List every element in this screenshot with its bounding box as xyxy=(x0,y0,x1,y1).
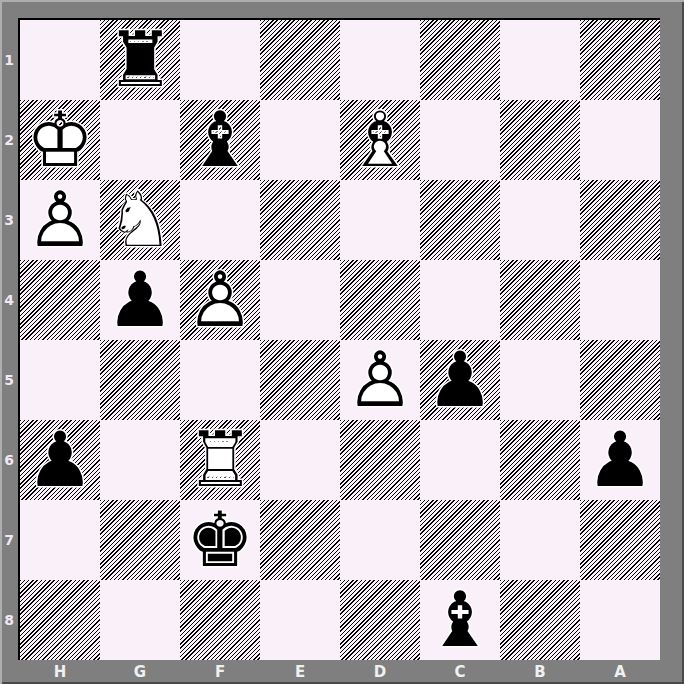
piece-glyph-backing: ♟ xyxy=(580,420,660,500)
piece-white-king[interactable]: ♔ xyxy=(20,100,100,180)
square-f7[interactable]: ♚♚ xyxy=(180,500,260,580)
file-label-g: G xyxy=(100,661,180,683)
square-b8[interactable] xyxy=(500,580,580,660)
square-g8[interactable] xyxy=(100,580,180,660)
rank-label-5: 5 xyxy=(0,340,18,420)
square-c6[interactable] xyxy=(420,420,500,500)
piece-white-rook[interactable]: ♖ xyxy=(180,420,260,500)
square-c3[interactable] xyxy=(420,180,500,260)
square-b7[interactable] xyxy=(500,500,580,580)
chess-board: ♜♜♚♔♝♝♝♗♟♙♞♘♟♟♟♙♟♙♟♟♟♟♜♖♟♟♚♚♝♝ xyxy=(18,18,660,660)
square-h5[interactable] xyxy=(20,340,100,420)
square-a1[interactable] xyxy=(580,20,660,100)
square-h3[interactable]: ♟♙ xyxy=(20,180,100,260)
square-f3[interactable] xyxy=(180,180,260,260)
square-a4[interactable] xyxy=(580,260,660,340)
piece-glyph-backing: ♝ xyxy=(420,580,500,660)
rank-label-2: 2 xyxy=(0,100,18,180)
piece-glyph-backing: ♟ xyxy=(100,260,180,340)
square-f4[interactable]: ♟♙ xyxy=(180,260,260,340)
square-g5[interactable] xyxy=(100,340,180,420)
square-a5[interactable] xyxy=(580,340,660,420)
square-f2[interactable]: ♝♝ xyxy=(180,100,260,180)
piece-glyph-backing: ♟ xyxy=(20,180,100,260)
square-e2[interactable] xyxy=(260,100,340,180)
square-a6[interactable]: ♟♟ xyxy=(580,420,660,500)
rank-label-6: 6 xyxy=(0,420,18,500)
square-a7[interactable] xyxy=(580,500,660,580)
square-f8[interactable] xyxy=(180,580,260,660)
square-f6[interactable]: ♜♖ xyxy=(180,420,260,500)
square-b5[interactable] xyxy=(500,340,580,420)
square-c4[interactable] xyxy=(420,260,500,340)
piece-glyph-backing: ♚ xyxy=(180,500,260,580)
file-label-a: A xyxy=(580,661,660,683)
square-d1[interactable] xyxy=(340,20,420,100)
piece-glyph-backing: ♟ xyxy=(20,420,100,500)
piece-white-pawn[interactable]: ♙ xyxy=(180,260,260,340)
square-c8[interactable]: ♝♝ xyxy=(420,580,500,660)
piece-black-pawn[interactable]: ♟ xyxy=(100,260,180,340)
square-b4[interactable] xyxy=(500,260,580,340)
square-b1[interactable] xyxy=(500,20,580,100)
square-d6[interactable] xyxy=(340,420,420,500)
square-c1[interactable] xyxy=(420,20,500,100)
square-d8[interactable] xyxy=(340,580,420,660)
square-h8[interactable] xyxy=(20,580,100,660)
square-g3[interactable]: ♞♘ xyxy=(100,180,180,260)
square-e7[interactable] xyxy=(260,500,340,580)
square-a3[interactable] xyxy=(580,180,660,260)
square-c7[interactable] xyxy=(420,500,500,580)
piece-white-bishop[interactable]: ♗ xyxy=(340,100,420,180)
file-label-d: D xyxy=(340,661,420,683)
square-d7[interactable] xyxy=(340,500,420,580)
square-h2[interactable]: ♚♔ xyxy=(20,100,100,180)
rank-label-7: 7 xyxy=(0,500,18,580)
rank-label-3: 3 xyxy=(0,180,18,260)
file-label-b: B xyxy=(500,661,580,683)
square-b6[interactable] xyxy=(500,420,580,500)
file-label-h: H xyxy=(20,661,100,683)
piece-black-rook[interactable]: ♜ xyxy=(100,20,180,100)
piece-glyph-backing: ♝ xyxy=(340,100,420,180)
piece-glyph-backing: ♜ xyxy=(100,20,180,100)
piece-glyph-backing: ♝ xyxy=(180,100,260,180)
piece-glyph-backing: ♜ xyxy=(180,420,260,500)
piece-black-pawn[interactable]: ♟ xyxy=(20,420,100,500)
square-g2[interactable] xyxy=(100,100,180,180)
square-e1[interactable] xyxy=(260,20,340,100)
square-h7[interactable] xyxy=(20,500,100,580)
square-h6[interactable]: ♟♟ xyxy=(20,420,100,500)
square-e5[interactable] xyxy=(260,340,340,420)
square-h1[interactable] xyxy=(20,20,100,100)
piece-black-bishop[interactable]: ♝ xyxy=(180,100,260,180)
square-d4[interactable] xyxy=(340,260,420,340)
file-label-e: E xyxy=(260,661,340,683)
file-label-c: C xyxy=(420,661,500,683)
piece-black-bishop[interactable]: ♝ xyxy=(420,580,500,660)
square-h4[interactable] xyxy=(20,260,100,340)
rank-label-1: 1 xyxy=(0,20,18,100)
piece-glyph-backing: ♟ xyxy=(340,340,420,420)
square-c2[interactable] xyxy=(420,100,500,180)
square-g4[interactable]: ♟♟ xyxy=(100,260,180,340)
square-a8[interactable] xyxy=(580,580,660,660)
piece-black-pawn[interactable]: ♟ xyxy=(420,340,500,420)
square-c5[interactable]: ♟♟ xyxy=(420,340,500,420)
square-a2[interactable] xyxy=(580,100,660,180)
piece-black-pawn[interactable]: ♟ xyxy=(580,420,660,500)
square-e4[interactable] xyxy=(260,260,340,340)
piece-black-king[interactable]: ♚ xyxy=(180,500,260,580)
square-f1[interactable] xyxy=(180,20,260,100)
square-e3[interactable] xyxy=(260,180,340,260)
square-f5[interactable] xyxy=(180,340,260,420)
piece-white-pawn[interactable]: ♙ xyxy=(340,340,420,420)
file-label-f: F xyxy=(180,661,260,683)
piece-white-knight[interactable]: ♘ xyxy=(100,180,180,260)
square-d3[interactable] xyxy=(340,180,420,260)
piece-glyph-backing: ♞ xyxy=(100,180,180,260)
square-g1[interactable]: ♜♜ xyxy=(100,20,180,100)
square-e8[interactable] xyxy=(260,580,340,660)
square-g6[interactable] xyxy=(100,420,180,500)
square-d5[interactable]: ♟♙ xyxy=(340,340,420,420)
piece-white-pawn[interactable]: ♙ xyxy=(20,180,100,260)
piece-glyph-backing: ♚ xyxy=(20,100,100,180)
square-g7[interactable] xyxy=(100,500,180,580)
rank-label-4: 4 xyxy=(0,260,18,340)
board-frame: ♜♜♚♔♝♝♝♗♟♙♞♘♟♟♟♙♟♙♟♟♟♟♜♖♟♟♚♚♝♝ 12345678 … xyxy=(0,0,684,684)
square-b3[interactable] xyxy=(500,180,580,260)
square-e6[interactable] xyxy=(260,420,340,500)
piece-glyph-backing: ♟ xyxy=(180,260,260,340)
square-d2[interactable]: ♝♗ xyxy=(340,100,420,180)
piece-glyph-backing: ♟ xyxy=(420,340,500,420)
square-b2[interactable] xyxy=(500,100,580,180)
rank-label-8: 8 xyxy=(0,580,18,660)
